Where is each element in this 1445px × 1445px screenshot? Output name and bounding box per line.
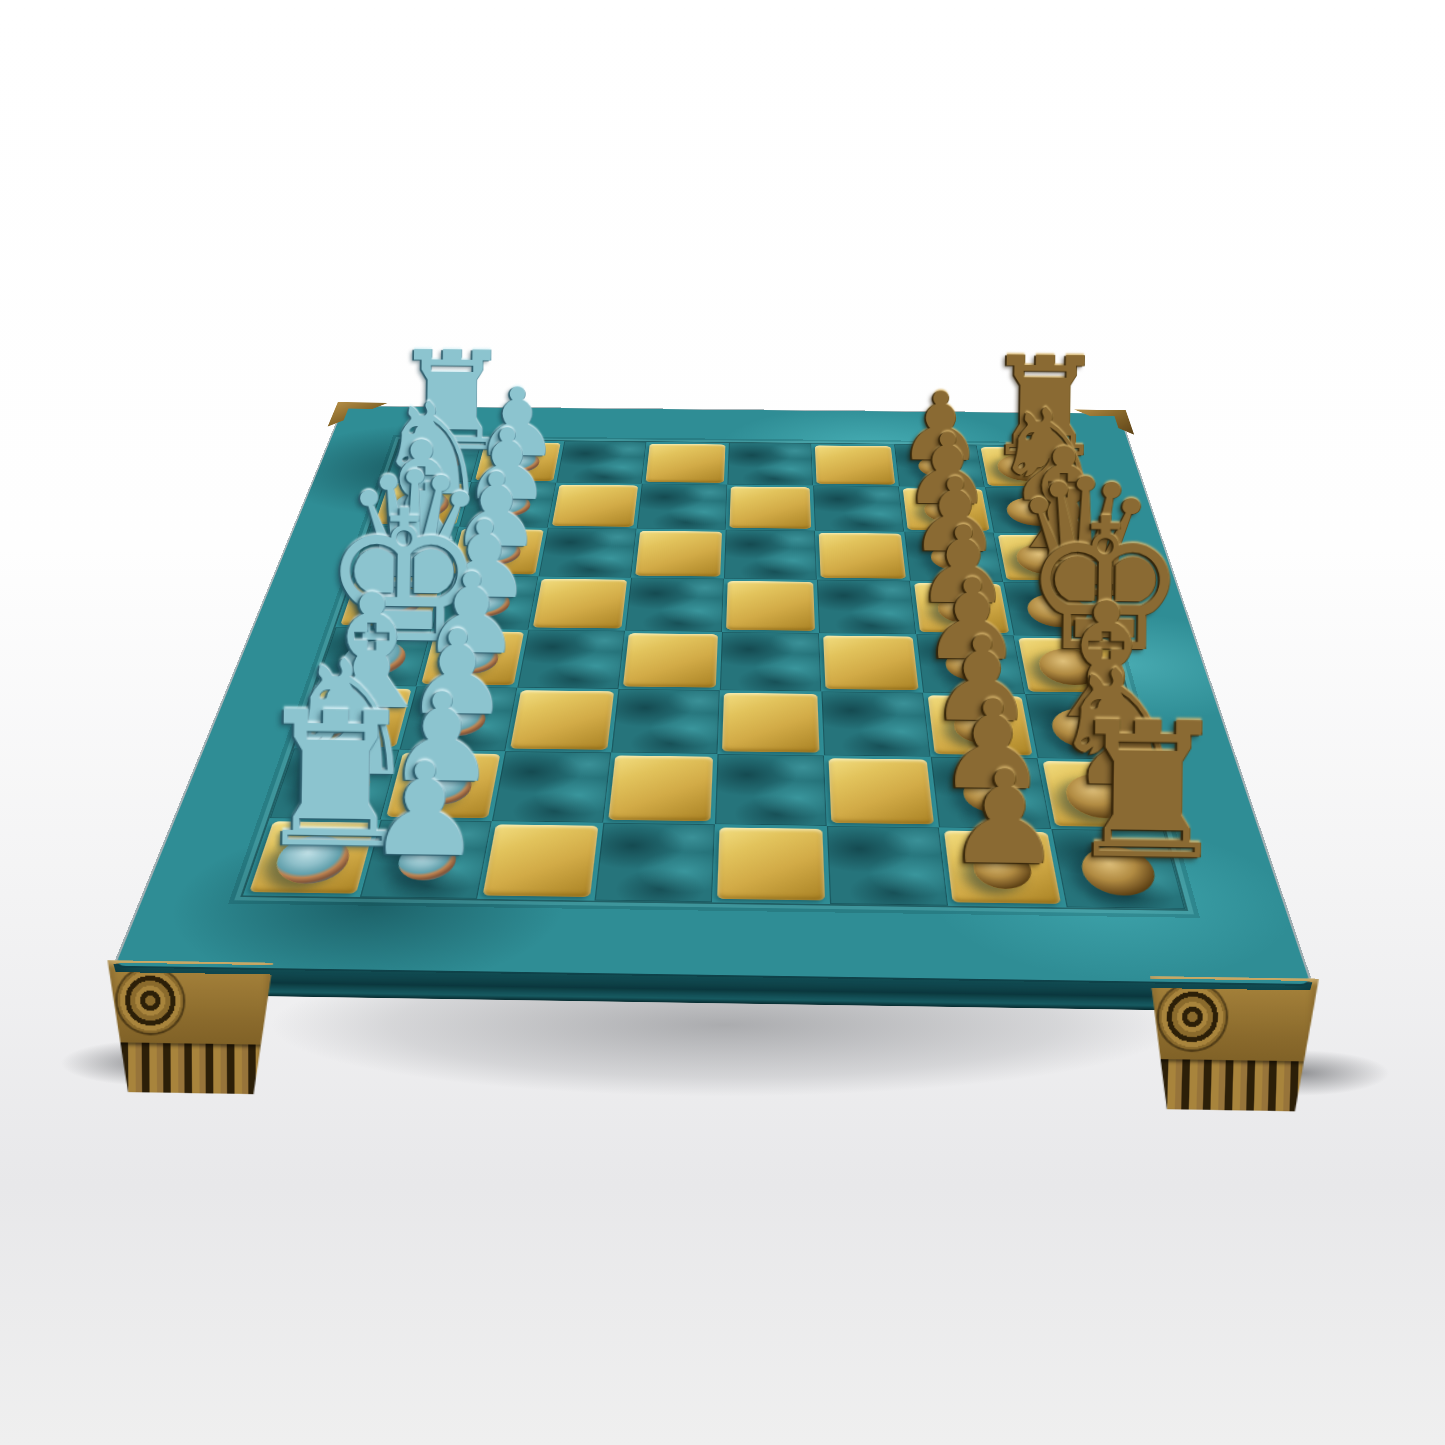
gold-tile bbox=[819, 533, 906, 579]
white-pawn-icon: ♟ bbox=[366, 745, 483, 875]
square-e5 bbox=[720, 632, 822, 691]
square-h6 bbox=[827, 826, 948, 906]
square-h5 bbox=[712, 824, 830, 904]
square-b4 bbox=[637, 484, 728, 530]
gold-tile bbox=[608, 755, 713, 821]
square-d6 bbox=[817, 580, 916, 635]
gold-tile bbox=[510, 690, 614, 750]
board-foot-left-icon bbox=[107, 960, 273, 1094]
square-e3 bbox=[517, 630, 625, 689]
square-h1: ♜ bbox=[243, 818, 381, 897]
board-plate: ♜♟♟♜♞♟♟♞♝♟♟♝♛♟♟♛♚♟♟♚♝♟♟♝♞♟♟♞♜♟♟♜ bbox=[115, 406, 1310, 984]
square-g6 bbox=[824, 755, 939, 827]
gold-tile bbox=[729, 486, 811, 528]
gold-tile bbox=[815, 445, 895, 484]
black-pawn-icon: ♟ bbox=[945, 753, 1063, 884]
gold-tile bbox=[717, 827, 825, 900]
square-h3 bbox=[477, 821, 603, 900]
square-h4 bbox=[595, 823, 715, 902]
board-front-edge bbox=[113, 964, 1312, 1013]
square-f6 bbox=[821, 691, 930, 756]
square-g5 bbox=[715, 754, 827, 826]
square-h7: ♟ bbox=[939, 827, 1067, 907]
black-rook-icon: ♜ bbox=[1062, 697, 1181, 886]
chess-scene: ♜♟♟♜♞♟♟♞♝♟♟♝♛♟♟♛♚♟♟♚♝♟♟♝♞♟♟♞♜♟♟♜ bbox=[0, 0, 1445, 1445]
square-b3 bbox=[548, 483, 642, 529]
gold-tile bbox=[533, 579, 627, 629]
square-f5 bbox=[718, 690, 824, 755]
gold-tile bbox=[823, 636, 919, 691]
gold-tile bbox=[726, 581, 815, 631]
square-c6 bbox=[815, 531, 910, 581]
chess-board: ♜♟♟♜♞♟♟♞♝♟♟♝♛♟♟♛♚♟♟♚♝♟♟♝♞♟♟♞♜♟♟♜ bbox=[243, 440, 1185, 910]
square-h2: ♟ bbox=[360, 820, 492, 899]
gold-tile bbox=[483, 824, 599, 897]
square-d4 bbox=[625, 578, 724, 632]
square-b5 bbox=[726, 485, 815, 531]
gold-tile bbox=[635, 531, 722, 577]
board-foot-right-icon bbox=[1147, 976, 1319, 1112]
gold-tile bbox=[722, 693, 819, 753]
square-c5 bbox=[724, 530, 817, 580]
gold-tile bbox=[646, 444, 726, 483]
square-c4 bbox=[631, 529, 726, 579]
square-h8: ♜ bbox=[1051, 829, 1185, 909]
square-g3 bbox=[492, 751, 611, 823]
square-d3 bbox=[528, 577, 631, 631]
square-a5 bbox=[727, 443, 813, 486]
square-f4 bbox=[611, 689, 720, 754]
gold-tile bbox=[623, 633, 718, 687]
white-rook-icon: ♜ bbox=[251, 687, 368, 874]
square-f3 bbox=[505, 688, 618, 753]
gold-tile bbox=[829, 758, 934, 824]
square-a3 bbox=[556, 441, 646, 484]
square-e4 bbox=[619, 631, 722, 690]
square-c3 bbox=[539, 528, 637, 578]
square-e6 bbox=[819, 633, 923, 693]
gold-tile bbox=[552, 485, 638, 527]
square-b6 bbox=[813, 486, 904, 532]
square-a6 bbox=[811, 444, 899, 487]
square-d5 bbox=[722, 579, 819, 633]
square-g4 bbox=[603, 753, 717, 825]
square-a4 bbox=[642, 442, 729, 485]
